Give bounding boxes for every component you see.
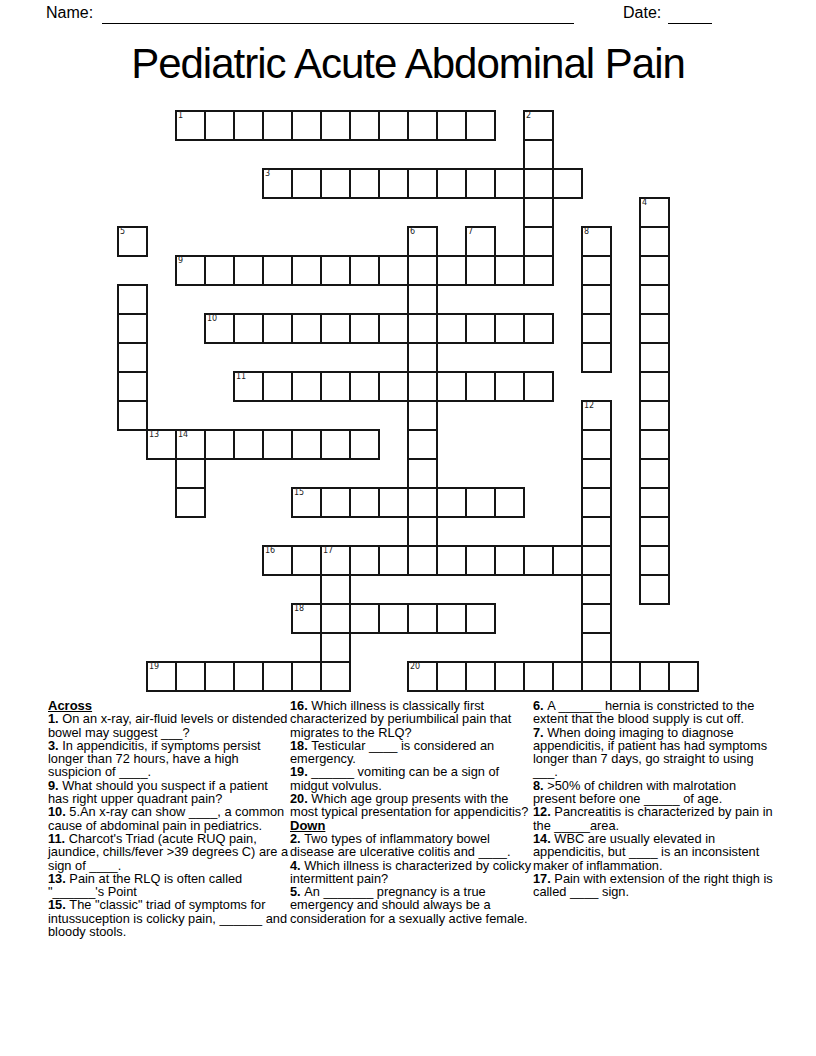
crossword-cell[interactable] [436, 255, 467, 286]
crossword-cell[interactable] [407, 371, 438, 402]
clue-4: 4. Which illness is characterized by col… [290, 859, 532, 886]
crossword-cell[interactable] [204, 429, 235, 460]
crossword-cell[interactable] [407, 400, 438, 431]
crossword-cell[interactable] [668, 661, 699, 692]
clue-column-across: Across1. On an x-ray, air-fluid levels o… [48, 699, 290, 938]
clue-18: 18. Testicular ____ is considered an eme… [290, 739, 532, 766]
crossword-cell[interactable] [233, 255, 264, 286]
crossword-cell[interactable] [523, 168, 554, 199]
crossword-cell[interactable] [378, 255, 409, 286]
crossword-cell[interactable] [262, 313, 293, 344]
crossword-cell[interactable] [523, 545, 554, 576]
crossword-cell[interactable] [407, 487, 438, 518]
clue-19: 19. ______ vomiting can be a sign of mid… [290, 765, 532, 792]
crossword-cell[interactable] [639, 429, 670, 460]
cell-number: 6 [410, 227, 415, 237]
crossword-cell[interactable] [465, 313, 496, 344]
crossword-cell[interactable] [581, 429, 612, 460]
crossword-cell[interactable] [581, 487, 612, 518]
cell-number: 14 [178, 430, 188, 440]
crossword-cell[interactable] [349, 603, 380, 634]
date-label: Date: [623, 4, 661, 22]
crossword-cell[interactable] [523, 313, 554, 344]
crossword-cell[interactable] [320, 313, 351, 344]
crossword-cell[interactable] [465, 603, 496, 634]
clue-6: 6. A ______ hernia is constricted to the… [533, 699, 775, 726]
crossword-cell[interactable] [436, 313, 467, 344]
cell-number: 7 [468, 227, 473, 237]
crossword-cell[interactable] [494, 545, 525, 576]
cell-number: 18 [294, 604, 304, 614]
crossword-cell[interactable] [175, 661, 206, 692]
crossword-cell[interactable] [465, 110, 496, 141]
crossword-cell[interactable] [465, 661, 496, 692]
crossword-cell[interactable] [552, 168, 583, 199]
clue-2: 2. Two types of inflammatory bowel disea… [290, 832, 532, 859]
crossword-cell[interactable] [204, 110, 235, 141]
crossword-cell[interactable] [465, 487, 496, 518]
crossword-cell[interactable] [117, 342, 148, 373]
clue-17: 17. Pain with extension of the right thi… [533, 872, 775, 899]
cell-number: 5 [120, 227, 125, 237]
clue-16: 16. Which illness is classically first c… [290, 699, 532, 739]
crossword-cell[interactable] [320, 603, 351, 634]
clues-header-down: Down [290, 819, 532, 832]
crossword-cell[interactable] [639, 661, 670, 692]
cell-number: 11 [236, 372, 246, 382]
crossword-cell[interactable] [523, 226, 554, 257]
crossword-cell[interactable] [262, 661, 293, 692]
crossword-cell[interactable] [494, 255, 525, 286]
crossword-cell[interactable] [436, 168, 467, 199]
crossword-cell[interactable] [494, 168, 525, 199]
crossword-cell[interactable] [204, 661, 235, 692]
cell-number: 2 [526, 111, 531, 121]
crossword-cell[interactable] [581, 516, 612, 547]
crossword-cell[interactable] [378, 371, 409, 402]
crossword-cell[interactable] [349, 110, 380, 141]
crossword-cell[interactable] [407, 516, 438, 547]
crossword-cell[interactable] [320, 255, 351, 286]
crossword-cell[interactable] [639, 574, 670, 605]
crossword-cell[interactable] [291, 371, 322, 402]
cell-number: 16 [265, 546, 275, 556]
crossword-cell[interactable] [378, 603, 409, 634]
crossword-cell[interactable] [407, 284, 438, 315]
crossword-cell[interactable] [233, 110, 264, 141]
crossword-cell[interactable] [378, 110, 409, 141]
cell-number: 8 [584, 227, 589, 237]
clue-10: 10. 5.An x-ray can show ____, a common c… [48, 805, 290, 832]
crossword-cell[interactable] [494, 371, 525, 402]
clue-8: 8. >50% of children with malrotation pre… [533, 779, 775, 806]
crossword-cell[interactable] [117, 313, 148, 344]
date-input-line[interactable] [668, 6, 712, 24]
crossword-cell[interactable] [262, 110, 293, 141]
cell-number: 12 [584, 401, 594, 411]
crossword-cell[interactable] [436, 661, 467, 692]
crossword-cell[interactable] [349, 168, 380, 199]
crossword-cell[interactable] [581, 661, 612, 692]
clue-7: 7. When doing imaging to diagnose append… [533, 726, 775, 779]
crossword-cell[interactable] [117, 284, 148, 315]
crossword-cell[interactable] [175, 458, 206, 489]
crossword-cell[interactable] [349, 429, 380, 460]
crossword-cell[interactable] [378, 313, 409, 344]
crossword-cell[interactable] [581, 632, 612, 663]
crossword-cell[interactable] [581, 255, 612, 286]
crossword-cell[interactable] [291, 110, 322, 141]
crossword-cell[interactable] [581, 284, 612, 315]
crossword-cell[interactable] [407, 603, 438, 634]
crossword-cell[interactable] [523, 255, 554, 286]
crossword-cell[interactable] [320, 487, 351, 518]
crossword-cell[interactable] [407, 168, 438, 199]
crossword-cell[interactable] [639, 313, 670, 344]
page-title: Pediatric Acute Abdominal Pain [0, 40, 816, 88]
crossword-cell[interactable] [349, 313, 380, 344]
crossword-cell[interactable] [349, 487, 380, 518]
crossword-cell[interactable] [262, 255, 293, 286]
crossword-cell[interactable] [552, 545, 583, 576]
clue-11: 11. Charcot's Triad (acute RUQ pain, jau… [48, 832, 290, 872]
crossword-cell[interactable] [320, 574, 351, 605]
clue-1: 1. On an x-ray, air-fluid levels or dist… [48, 712, 290, 739]
crossword-cell[interactable] [291, 313, 322, 344]
clue-20: 20. Which age group presents with the mo… [290, 792, 532, 819]
crossword-cell[interactable] [581, 545, 612, 576]
crossword-cell[interactable] [639, 545, 670, 576]
clue-15: 15. The "classic" triad of symptoms for … [48, 898, 290, 938]
crossword-cell[interactable] [233, 429, 264, 460]
clue-5: 5. An _______ pregnancy is a true emerge… [290, 885, 532, 925]
crossword-cell[interactable] [291, 255, 322, 286]
crossword-cell[interactable] [581, 603, 612, 634]
clue-3: 3. In appendicitis, if symptoms persist … [48, 739, 290, 779]
crossword-cell[interactable] [349, 545, 380, 576]
crossword-cell[interactable] [291, 545, 322, 576]
crossword-cell[interactable] [436, 487, 467, 518]
clue-12: 12. Pancreatitis is characterized by pai… [533, 805, 775, 832]
crossword-cell[interactable] [378, 545, 409, 576]
crossword-cell[interactable] [320, 168, 351, 199]
cell-number: 13 [149, 430, 159, 440]
crossword-cell[interactable] [523, 371, 554, 402]
crossword-cell[interactable] [581, 574, 612, 605]
crossword-cell[interactable] [117, 371, 148, 402]
crossword-cell[interactable] [407, 458, 438, 489]
crossword-cell[interactable] [436, 603, 467, 634]
crossword-cell[interactable] [639, 516, 670, 547]
crossword-cell[interactable] [378, 487, 409, 518]
crossword-cell[interactable] [639, 487, 670, 518]
crossword-cell[interactable] [233, 313, 264, 344]
crossword-cell[interactable] [465, 168, 496, 199]
cell-number: 1 [178, 111, 183, 121]
worksheet-page: { "game": "crossword", "title": "Pediatr… [0, 0, 816, 1056]
crossword-cell[interactable] [320, 661, 351, 692]
cell-number: 20 [410, 662, 420, 672]
crossword-cell[interactable] [639, 255, 670, 286]
crossword-cell[interactable] [407, 255, 438, 286]
crossword-cell[interactable] [407, 342, 438, 373]
crossword-cell[interactable] [378, 168, 409, 199]
crossword-cell[interactable] [117, 400, 148, 431]
clue-column-down: 6. A ______ hernia is constricted to the… [533, 699, 775, 898]
cell-number: 4 [642, 198, 647, 208]
crossword-cell[interactable] [581, 342, 612, 373]
crossword-cell[interactable] [407, 110, 438, 141]
name-label: Name: [46, 4, 93, 22]
clue-column-middle: 16. Which illness is classically first c… [290, 699, 532, 925]
crossword-cell[interactable] [523, 661, 554, 692]
crossword-cell[interactable] [349, 255, 380, 286]
crossword-cell[interactable] [349, 371, 380, 402]
clue-13: 13. Pain at the RLQ is often called "___… [48, 872, 290, 899]
crossword-cell[interactable] [639, 458, 670, 489]
crossword-cell[interactable] [262, 371, 293, 402]
crossword-cell[interactable] [465, 545, 496, 576]
crossword-cell[interactable] [233, 661, 264, 692]
cell-number: 17 [323, 546, 333, 556]
crossword-cell[interactable] [436, 110, 467, 141]
crossword-cell[interactable] [494, 661, 525, 692]
clue-9: 9. What should you suspect if a patient … [48, 779, 290, 806]
crossword-cell[interactable] [407, 313, 438, 344]
crossword-cell[interactable] [407, 545, 438, 576]
crossword-cell[interactable] [465, 371, 496, 402]
crossword-cell[interactable] [581, 313, 612, 344]
crossword-cell[interactable] [639, 284, 670, 315]
crossword-cell[interactable] [407, 429, 438, 460]
crossword-cell[interactable] [639, 371, 670, 402]
cell-number: 15 [294, 488, 304, 498]
clues-header-across: Across [48, 699, 290, 712]
crossword-cell[interactable] [523, 197, 554, 228]
crossword-cell[interactable] [581, 458, 612, 489]
crossword-grid: 1391011131516181920245678121417 [117, 110, 699, 692]
crossword-cell[interactable] [320, 371, 351, 402]
cell-number: 3 [265, 169, 270, 179]
crossword-cell[interactable] [465, 255, 496, 286]
crossword-cell[interactable] [291, 168, 322, 199]
crossword-cell[interactable] [436, 371, 467, 402]
crossword-cell[interactable] [291, 661, 322, 692]
crossword-cell[interactable] [291, 429, 322, 460]
name-input-line[interactable] [102, 6, 574, 24]
cell-number: 10 [207, 314, 217, 324]
crossword-cell[interactable] [494, 313, 525, 344]
clue-14: 14. WBC are usually elevated in appendic… [533, 832, 775, 872]
crossword-cell[interactable] [610, 661, 641, 692]
crossword-cell[interactable] [320, 632, 351, 663]
crossword-cell[interactable] [552, 661, 583, 692]
cell-number: 19 [149, 662, 159, 672]
crossword-cell[interactable] [175, 487, 206, 518]
crossword-cell[interactable] [639, 400, 670, 431]
crossword-cell[interactable] [523, 139, 554, 170]
crossword-cell[interactable] [639, 342, 670, 373]
cell-number: 9 [178, 256, 183, 266]
crossword-cell[interactable] [639, 226, 670, 257]
crossword-cell[interactable] [320, 110, 351, 141]
crossword-cell[interactable] [320, 429, 351, 460]
crossword-cell[interactable] [262, 429, 293, 460]
crossword-cell[interactable] [436, 545, 467, 576]
crossword-cell[interactable] [204, 255, 235, 286]
crossword-cell[interactable] [494, 487, 525, 518]
